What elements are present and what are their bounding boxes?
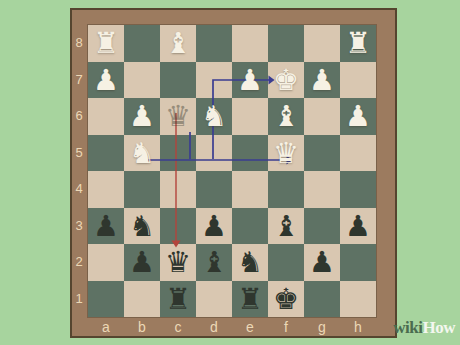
square-b4[interactable]	[124, 171, 160, 208]
square-b8[interactable]	[124, 25, 160, 62]
square-h7[interactable]	[340, 62, 376, 99]
chess-illustration: 87654321abcdefgh ♜♝♜♟♟♚♟♟♛♞♝♟♞♛♟♞♟♝♟♟♛♝♞…	[0, 0, 460, 345]
square-f8[interactable]	[268, 25, 304, 62]
square-e1[interactable]	[232, 281, 268, 318]
square-b3[interactable]	[124, 208, 160, 245]
rank-label-7: 7	[70, 62, 88, 99]
rank-label-4: 4	[70, 171, 88, 208]
square-d7[interactable]	[196, 62, 232, 99]
square-c5[interactable]	[160, 135, 196, 172]
file-label-g: g	[304, 317, 340, 338]
square-h3[interactable]	[340, 208, 376, 245]
file-label-d: d	[196, 317, 232, 338]
square-b5[interactable]	[124, 135, 160, 172]
square-f3[interactable]	[268, 208, 304, 245]
chess-board	[88, 25, 376, 317]
square-h1[interactable]	[340, 281, 376, 318]
square-c7[interactable]	[160, 62, 196, 99]
square-d6[interactable]	[196, 98, 232, 135]
square-c3[interactable]	[160, 208, 196, 245]
square-d4[interactable]	[196, 171, 232, 208]
square-f5[interactable]	[268, 135, 304, 172]
square-h6[interactable]	[340, 98, 376, 135]
rank-label-2: 2	[70, 244, 88, 281]
square-e6[interactable]	[232, 98, 268, 135]
square-c2[interactable]	[160, 244, 196, 281]
square-c4[interactable]	[160, 171, 196, 208]
square-e7[interactable]	[232, 62, 268, 99]
square-e8[interactable]	[232, 25, 268, 62]
square-g3[interactable]	[304, 208, 340, 245]
square-g4[interactable]	[304, 171, 340, 208]
square-e5[interactable]	[232, 135, 268, 172]
square-a4[interactable]	[88, 171, 124, 208]
square-a7[interactable]	[88, 62, 124, 99]
square-h5[interactable]	[340, 135, 376, 172]
wikihow-logo-how: How	[423, 318, 456, 337]
square-a1[interactable]	[88, 281, 124, 318]
square-e3[interactable]	[232, 208, 268, 245]
square-d3[interactable]	[196, 208, 232, 245]
file-label-c: c	[160, 317, 196, 338]
square-h8[interactable]	[340, 25, 376, 62]
rank-label-8: 8	[70, 25, 88, 62]
file-label-b: b	[124, 317, 160, 338]
file-label-e: e	[232, 317, 268, 338]
square-b6[interactable]	[124, 98, 160, 135]
file-label-h: h	[340, 317, 376, 338]
rank-label-5: 5	[70, 135, 88, 172]
square-d1[interactable]	[196, 281, 232, 318]
square-c1[interactable]	[160, 281, 196, 318]
square-g1[interactable]	[304, 281, 340, 318]
wikihow-logo-wiki: wiki	[393, 318, 422, 337]
square-c6[interactable]	[160, 98, 196, 135]
square-d2[interactable]	[196, 244, 232, 281]
square-g6[interactable]	[304, 98, 340, 135]
square-a3[interactable]	[88, 208, 124, 245]
square-e2[interactable]	[232, 244, 268, 281]
rank-label-1: 1	[70, 281, 88, 318]
square-e4[interactable]	[232, 171, 268, 208]
square-g5[interactable]	[304, 135, 340, 172]
square-g8[interactable]	[304, 25, 340, 62]
square-f2[interactable]	[268, 244, 304, 281]
file-label-a: a	[88, 317, 124, 338]
square-b7[interactable]	[124, 62, 160, 99]
square-a8[interactable]	[88, 25, 124, 62]
square-f1[interactable]	[268, 281, 304, 318]
square-b2[interactable]	[124, 244, 160, 281]
square-a5[interactable]	[88, 135, 124, 172]
rank-label-3: 3	[70, 208, 88, 245]
square-a6[interactable]	[88, 98, 124, 135]
square-d8[interactable]	[196, 25, 232, 62]
square-f4[interactable]	[268, 171, 304, 208]
file-label-f: f	[268, 317, 304, 338]
square-d5[interactable]	[196, 135, 232, 172]
square-h2[interactable]	[340, 244, 376, 281]
square-a2[interactable]	[88, 244, 124, 281]
rank-label-6: 6	[70, 98, 88, 135]
square-f7[interactable]	[268, 62, 304, 99]
square-b1[interactable]	[124, 281, 160, 318]
square-h4[interactable]	[340, 171, 376, 208]
square-c8[interactable]	[160, 25, 196, 62]
wikihow-watermark: wikiHow	[393, 318, 455, 338]
square-f6[interactable]	[268, 98, 304, 135]
square-g2[interactable]	[304, 244, 340, 281]
square-g7[interactable]	[304, 62, 340, 99]
